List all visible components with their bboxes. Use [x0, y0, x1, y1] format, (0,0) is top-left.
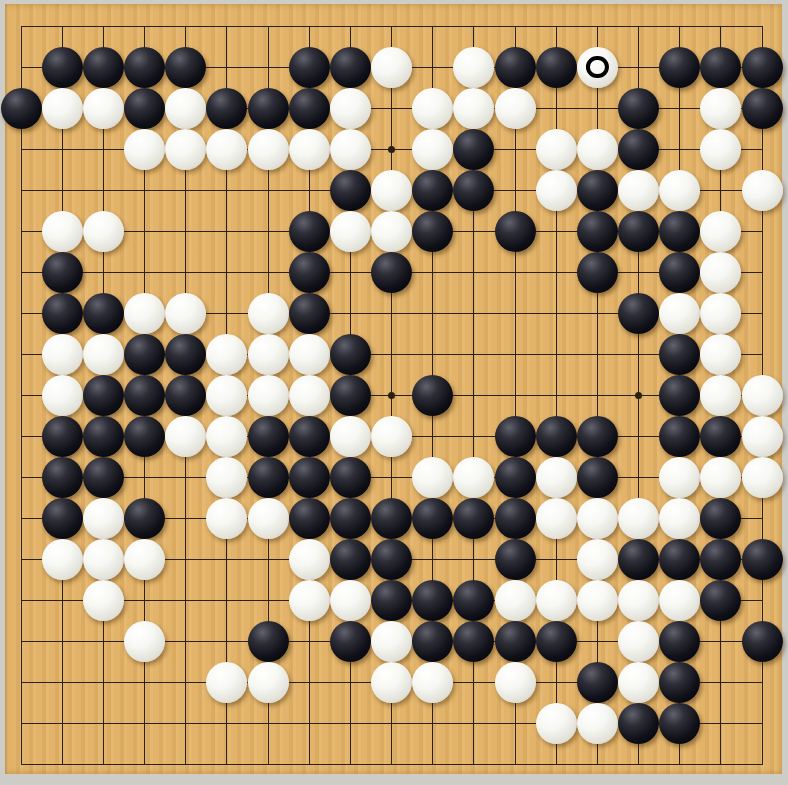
white-stone — [330, 580, 371, 621]
white-stone — [577, 703, 618, 744]
black-stone — [248, 88, 289, 129]
white-stone — [371, 47, 412, 88]
black-stone — [659, 211, 700, 252]
black-stone — [742, 47, 783, 88]
white-stone — [700, 334, 741, 375]
black-stone — [453, 621, 494, 662]
black-stone — [742, 539, 783, 580]
white-stone — [206, 334, 247, 375]
black-stone — [248, 621, 289, 662]
black-stone — [371, 539, 412, 580]
black-stone — [659, 47, 700, 88]
black-stone — [659, 539, 700, 580]
white-stone — [165, 416, 206, 457]
white-stone — [206, 662, 247, 703]
white-stone — [330, 416, 371, 457]
black-stone — [248, 457, 289, 498]
white-stone — [42, 375, 83, 416]
black-stone — [330, 170, 371, 211]
white-stone — [83, 539, 124, 580]
white-stone — [371, 621, 412, 662]
white-stone — [371, 662, 412, 703]
white-stone — [453, 47, 494, 88]
black-stone — [330, 498, 371, 539]
black-stone — [536, 621, 577, 662]
black-stone — [83, 457, 124, 498]
black-stone — [42, 47, 83, 88]
black-stone — [289, 293, 330, 334]
white-stone — [742, 457, 783, 498]
black-stone — [248, 416, 289, 457]
white-stone — [330, 129, 371, 170]
black-stone — [371, 252, 412, 293]
black-stone — [289, 457, 330, 498]
white-stone — [42, 211, 83, 252]
black-stone — [289, 252, 330, 293]
white-stone — [659, 580, 700, 621]
grid-line-horizontal — [21, 26, 763, 27]
black-stone — [330, 457, 371, 498]
white-stone — [124, 129, 165, 170]
black-stone — [700, 498, 741, 539]
white-stone — [618, 498, 659, 539]
black-stone — [330, 375, 371, 416]
white-stone — [83, 580, 124, 621]
white-stone — [659, 498, 700, 539]
black-stone — [577, 416, 618, 457]
white-stone — [536, 498, 577, 539]
black-stone — [742, 88, 783, 129]
white-stone — [248, 293, 289, 334]
white-stone — [412, 129, 453, 170]
go-board[interactable] — [0, 0, 788, 785]
white-stone — [536, 170, 577, 211]
black-stone — [659, 703, 700, 744]
white-stone — [206, 457, 247, 498]
white-stone — [289, 334, 330, 375]
white-stone — [248, 498, 289, 539]
white-stone — [659, 457, 700, 498]
white-stone — [330, 211, 371, 252]
white-stone — [289, 539, 330, 580]
grid-line-horizontal — [21, 477, 763, 478]
white-stone — [700, 293, 741, 334]
white-stone — [248, 334, 289, 375]
black-stone — [495, 211, 536, 252]
black-stone — [495, 498, 536, 539]
black-stone — [659, 334, 700, 375]
grid-line-horizontal — [21, 764, 763, 765]
white-stone — [83, 211, 124, 252]
black-stone — [453, 129, 494, 170]
black-stone — [289, 211, 330, 252]
black-stone — [536, 416, 577, 457]
black-stone — [618, 88, 659, 129]
star-point — [388, 146, 395, 153]
white-stone — [371, 416, 412, 457]
black-stone — [124, 47, 165, 88]
black-stone — [165, 375, 206, 416]
white-stone — [577, 580, 618, 621]
black-stone — [742, 621, 783, 662]
white-stone — [248, 375, 289, 416]
black-stone — [495, 621, 536, 662]
white-stone — [700, 375, 741, 416]
black-stone — [412, 170, 453, 211]
white-stone — [83, 88, 124, 129]
black-stone — [700, 580, 741, 621]
white-stone — [453, 457, 494, 498]
white-stone — [495, 88, 536, 129]
black-stone — [577, 662, 618, 703]
white-stone — [165, 293, 206, 334]
black-stone — [83, 375, 124, 416]
white-stone — [42, 88, 83, 129]
black-stone — [453, 498, 494, 539]
black-stone — [659, 416, 700, 457]
black-stone — [577, 252, 618, 293]
black-stone — [165, 334, 206, 375]
white-stone — [659, 170, 700, 211]
black-stone — [495, 47, 536, 88]
black-stone — [124, 416, 165, 457]
white-stone — [742, 170, 783, 211]
white-stone — [700, 457, 741, 498]
black-stone — [330, 539, 371, 580]
black-stone — [412, 211, 453, 252]
black-stone — [495, 457, 536, 498]
black-stone — [206, 88, 247, 129]
star-point — [388, 392, 395, 399]
black-stone — [536, 47, 577, 88]
white-stone — [206, 375, 247, 416]
black-stone — [412, 375, 453, 416]
black-stone — [659, 252, 700, 293]
black-stone — [495, 416, 536, 457]
white-stone — [124, 539, 165, 580]
white-stone — [536, 703, 577, 744]
star-point — [635, 392, 642, 399]
black-stone — [577, 170, 618, 211]
white-stone — [412, 662, 453, 703]
white-stone — [206, 416, 247, 457]
white-stone — [700, 211, 741, 252]
white-stone — [577, 47, 618, 88]
black-stone — [618, 293, 659, 334]
black-stone — [659, 621, 700, 662]
black-stone — [453, 170, 494, 211]
black-stone — [618, 539, 659, 580]
black-stone — [412, 498, 453, 539]
white-stone — [700, 252, 741, 293]
white-stone — [700, 88, 741, 129]
black-stone — [289, 88, 330, 129]
black-stone — [83, 416, 124, 457]
white-stone — [248, 662, 289, 703]
black-stone — [83, 293, 124, 334]
white-stone — [289, 375, 330, 416]
black-stone — [289, 416, 330, 457]
black-stone — [618, 129, 659, 170]
white-stone — [371, 170, 412, 211]
black-stone — [371, 498, 412, 539]
black-stone — [577, 457, 618, 498]
black-stone — [700, 539, 741, 580]
black-stone — [124, 375, 165, 416]
white-stone — [289, 129, 330, 170]
white-stone — [83, 334, 124, 375]
white-stone — [412, 88, 453, 129]
white-stone — [42, 539, 83, 580]
black-stone — [165, 47, 206, 88]
white-stone — [83, 498, 124, 539]
black-stone — [700, 47, 741, 88]
board-canvas — [0, 0, 788, 785]
black-stone — [330, 47, 371, 88]
white-stone — [536, 580, 577, 621]
white-stone — [165, 129, 206, 170]
black-stone — [618, 703, 659, 744]
white-stone — [536, 129, 577, 170]
white-stone — [618, 662, 659, 703]
white-stone — [42, 334, 83, 375]
white-stone — [124, 293, 165, 334]
black-stone — [42, 457, 83, 498]
white-stone — [495, 662, 536, 703]
grid-line-vertical — [21, 26, 22, 765]
black-stone — [1, 88, 42, 129]
black-stone — [659, 375, 700, 416]
black-stone — [618, 211, 659, 252]
white-stone — [577, 539, 618, 580]
black-stone — [577, 211, 618, 252]
black-stone — [412, 580, 453, 621]
white-stone — [412, 457, 453, 498]
white-stone — [165, 88, 206, 129]
black-stone — [124, 88, 165, 129]
black-stone — [371, 580, 412, 621]
black-stone — [83, 47, 124, 88]
black-stone — [700, 416, 741, 457]
black-stone — [453, 580, 494, 621]
black-stone — [289, 498, 330, 539]
black-stone — [289, 47, 330, 88]
black-stone — [42, 416, 83, 457]
white-stone — [289, 580, 330, 621]
white-stone — [618, 580, 659, 621]
black-stone — [42, 293, 83, 334]
white-stone — [453, 88, 494, 129]
black-stone — [42, 252, 83, 293]
white-stone — [206, 498, 247, 539]
white-stone — [536, 457, 577, 498]
white-stone — [618, 170, 659, 211]
white-stone — [495, 580, 536, 621]
white-stone — [700, 129, 741, 170]
white-stone — [742, 416, 783, 457]
white-stone — [577, 129, 618, 170]
white-stone — [206, 129, 247, 170]
white-stone — [659, 293, 700, 334]
black-stone — [412, 621, 453, 662]
white-stone — [330, 88, 371, 129]
black-stone — [330, 334, 371, 375]
white-stone — [248, 129, 289, 170]
white-stone — [124, 621, 165, 662]
black-stone — [124, 334, 165, 375]
white-stone — [371, 211, 412, 252]
black-stone — [42, 498, 83, 539]
white-stone — [618, 621, 659, 662]
white-stone — [577, 498, 618, 539]
white-stone — [742, 375, 783, 416]
last-move-marker — [586, 56, 608, 78]
black-stone — [659, 662, 700, 703]
black-stone — [495, 539, 536, 580]
black-stone — [124, 498, 165, 539]
black-stone — [330, 621, 371, 662]
